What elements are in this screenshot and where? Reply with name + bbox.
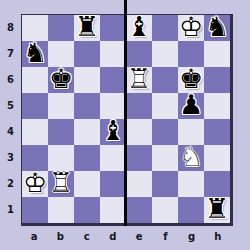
square-a4[interactable]	[22, 119, 48, 145]
square-d2[interactable]	[100, 171, 126, 197]
square-e8[interactable]: ♝	[126, 15, 152, 41]
square-e6[interactable]: ♜♖	[126, 67, 152, 93]
rank-label-6: 6	[3, 66, 18, 92]
knight-icon: ♞	[204, 14, 230, 40]
black-knight-a7[interactable]: ♞	[22, 41, 48, 67]
square-e3[interactable]	[126, 145, 152, 171]
square-c3[interactable]	[74, 145, 100, 171]
square-c8[interactable]: ♜	[74, 15, 100, 41]
square-e5[interactable]	[126, 93, 152, 119]
square-b4[interactable]	[48, 119, 74, 145]
square-e2[interactable]	[126, 171, 152, 197]
square-h8[interactable]: ♞	[204, 15, 230, 41]
file-label-g: g	[179, 229, 205, 244]
board-divider-line	[124, 0, 127, 226]
square-c5[interactable]	[74, 93, 100, 119]
square-f3[interactable]	[152, 145, 178, 171]
king-icon: ♚	[48, 66, 74, 92]
black-rook-h1[interactable]: ♜	[204, 197, 230, 223]
square-d7[interactable]	[100, 41, 126, 67]
square-h7[interactable]	[204, 41, 230, 67]
rank-label-4: 4	[3, 118, 18, 144]
square-h1[interactable]: ♜	[204, 197, 230, 223]
rank-label-2: 2	[3, 170, 18, 196]
square-g2[interactable]	[178, 171, 204, 197]
chess-diagram: 87654321 ♜♝♚♔♞♞♚♜♖♚♟♝♞♘♚♔♜♖♜ abcdefgh	[0, 0, 250, 250]
black-bishop-d4[interactable]: ♝	[100, 119, 126, 145]
black-king-b6[interactable]: ♚	[48, 67, 74, 93]
square-f6[interactable]	[152, 67, 178, 93]
square-g5[interactable]: ♟	[178, 93, 204, 119]
knight-icon: ♞	[22, 40, 48, 66]
rank-label-3: 3	[3, 144, 18, 170]
square-d8[interactable]	[100, 15, 126, 41]
white-king-a2[interactable]: ♚♔	[22, 171, 48, 197]
black-rook-c8[interactable]: ♜	[74, 15, 100, 41]
king-icon: ♔	[22, 170, 48, 196]
square-g3[interactable]: ♞♘	[178, 145, 204, 171]
rank-label-1: 1	[3, 196, 18, 222]
bishop-icon: ♝	[126, 14, 152, 40]
square-d6[interactable]	[100, 67, 126, 93]
square-d1[interactable]	[100, 197, 126, 223]
square-h3[interactable]	[204, 145, 230, 171]
square-d4[interactable]: ♝	[100, 119, 126, 145]
file-label-b: b	[47, 229, 73, 244]
square-b1[interactable]	[48, 197, 74, 223]
square-c4[interactable]	[74, 119, 100, 145]
square-b5[interactable]	[48, 93, 74, 119]
square-e1[interactable]	[126, 197, 152, 223]
square-a7[interactable]: ♞	[22, 41, 48, 67]
square-f1[interactable]	[152, 197, 178, 223]
white-knight-g3[interactable]: ♞♘	[178, 145, 204, 171]
square-f7[interactable]	[152, 41, 178, 67]
file-label-c: c	[74, 229, 100, 244]
file-label-a: a	[21, 229, 47, 244]
square-h4[interactable]	[204, 119, 230, 145]
square-f5[interactable]	[152, 93, 178, 119]
rank-label-5: 5	[3, 92, 18, 118]
rook-icon: ♖	[48, 170, 74, 196]
square-f8[interactable]	[152, 15, 178, 41]
square-a2[interactable]: ♚♔	[22, 171, 48, 197]
file-label-f: f	[152, 229, 178, 244]
rook-icon: ♜	[204, 196, 230, 222]
square-h6[interactable]	[204, 67, 230, 93]
square-c2[interactable]	[74, 171, 100, 197]
square-d3[interactable]	[100, 145, 126, 171]
rank-label-8: 8	[3, 14, 18, 40]
rank-label-7: 7	[3, 40, 18, 66]
white-king-g8[interactable]: ♚♔	[178, 15, 204, 41]
square-b8[interactable]	[48, 15, 74, 41]
square-b6[interactable]: ♚	[48, 67, 74, 93]
rook-icon: ♖	[126, 66, 152, 92]
bishop-icon: ♝	[100, 118, 126, 144]
king-icon: ♔	[178, 14, 204, 40]
square-a5[interactable]	[22, 93, 48, 119]
square-g8[interactable]: ♚♔	[178, 15, 204, 41]
square-f4[interactable]	[152, 119, 178, 145]
black-knight-h8[interactable]: ♞	[204, 15, 230, 41]
square-a1[interactable]	[22, 197, 48, 223]
chess-board: ♜♝♚♔♞♞♚♜♖♚♟♝♞♘♚♔♜♖♜	[21, 14, 233, 226]
white-rook-e6[interactable]: ♜♖	[126, 67, 152, 93]
file-labels: abcdefgh	[21, 229, 231, 244]
square-g1[interactable]	[178, 197, 204, 223]
square-c7[interactable]	[74, 41, 100, 67]
file-label-e: e	[126, 229, 152, 244]
knight-icon: ♘	[178, 144, 204, 170]
pawn-icon: ♟	[178, 92, 204, 118]
black-bishop-e8[interactable]: ♝	[126, 15, 152, 41]
square-c1[interactable]	[74, 197, 100, 223]
square-b2[interactable]: ♜♖	[48, 171, 74, 197]
white-rook-b2[interactable]: ♜♖	[48, 171, 74, 197]
square-a6[interactable]	[22, 67, 48, 93]
file-label-h: h	[205, 229, 231, 244]
file-label-d: d	[100, 229, 126, 244]
square-c6[interactable]	[74, 67, 100, 93]
square-e4[interactable]	[126, 119, 152, 145]
rank-labels: 87654321	[3, 14, 18, 222]
black-pawn-g5[interactable]: ♟	[178, 93, 204, 119]
square-f2[interactable]	[152, 171, 178, 197]
rook-icon: ♜	[74, 14, 100, 40]
square-h5[interactable]	[204, 93, 230, 119]
